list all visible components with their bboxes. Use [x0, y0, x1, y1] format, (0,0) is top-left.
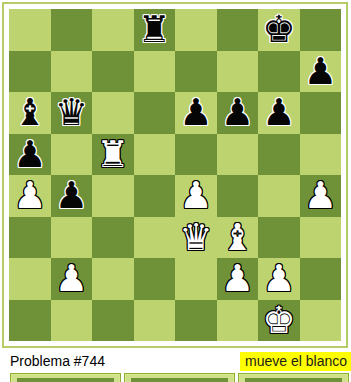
square-a6[interactable]: ♝	[9, 92, 51, 134]
square-b7[interactable]	[51, 51, 93, 93]
square-e2[interactable]	[175, 258, 217, 300]
footer-button-1[interactable]	[10, 373, 121, 382]
square-b6[interactable]: ♛	[51, 92, 93, 134]
white-queen-e3[interactable]: ♛	[179, 217, 212, 258]
square-g6[interactable]: ♟	[258, 92, 300, 134]
white-pawn-a4[interactable]: ♟	[13, 175, 46, 216]
square-b3[interactable]	[51, 217, 93, 259]
square-g7[interactable]	[258, 51, 300, 93]
square-g3[interactable]	[258, 217, 300, 259]
square-c5[interactable]: ♜	[92, 134, 134, 176]
square-b2[interactable]: ♟	[51, 258, 93, 300]
square-c1[interactable]	[92, 300, 134, 342]
square-d5[interactable]	[134, 134, 176, 176]
white-rook-c5[interactable]: ♜	[96, 134, 129, 175]
problem-number-label: Problema #744	[10, 353, 105, 369]
square-h5[interactable]	[300, 134, 342, 176]
square-c6[interactable]	[92, 92, 134, 134]
square-a8[interactable]	[9, 9, 51, 51]
black-pawn-e6[interactable]: ♟	[179, 92, 212, 133]
black-queen-b6[interactable]: ♛	[55, 92, 88, 133]
white-pawn-f2[interactable]: ♟	[221, 258, 254, 299]
footer-button-3-face	[245, 378, 342, 382]
square-d3[interactable]	[134, 217, 176, 259]
square-d2[interactable]	[134, 258, 176, 300]
square-h8[interactable]	[300, 9, 342, 51]
square-a2[interactable]	[9, 258, 51, 300]
square-a1[interactable]	[9, 300, 51, 342]
square-f3[interactable]: ♝	[217, 217, 259, 259]
black-king-g8[interactable]: ♚	[262, 9, 295, 50]
black-pawn-f6[interactable]: ♟	[221, 92, 254, 133]
square-e6[interactable]: ♟	[175, 92, 217, 134]
square-c8[interactable]	[92, 9, 134, 51]
square-f2[interactable]: ♟	[217, 258, 259, 300]
square-h7[interactable]: ♟	[300, 51, 342, 93]
square-e4[interactable]: ♟	[175, 175, 217, 217]
footer-button-1-face	[17, 378, 114, 382]
square-g8[interactable]: ♚	[258, 9, 300, 51]
square-d6[interactable]	[134, 92, 176, 134]
square-c7[interactable]	[92, 51, 134, 93]
square-e8[interactable]	[175, 9, 217, 51]
square-e7[interactable]	[175, 51, 217, 93]
white-pawn-h4[interactable]: ♟	[304, 175, 337, 216]
black-pawn-g6[interactable]: ♟	[262, 92, 295, 133]
white-pawn-g2[interactable]: ♟	[262, 258, 295, 299]
black-pawn-h7[interactable]: ♟	[304, 51, 337, 92]
square-d1[interactable]	[134, 300, 176, 342]
square-h1[interactable]	[300, 300, 342, 342]
square-h4[interactable]: ♟	[300, 175, 342, 217]
black-bishop-a6[interactable]: ♝	[13, 92, 46, 133]
black-rook-d8[interactable]: ♜	[138, 9, 171, 50]
square-c3[interactable]	[92, 217, 134, 259]
board-frame: ♜♚♟♝♛♟♟♟♟♜♟♟♟♟♛♝♟♟♟♚	[2, 2, 348, 348]
square-f6[interactable]: ♟	[217, 92, 259, 134]
square-f5[interactable]	[217, 134, 259, 176]
white-pawn-b2[interactable]: ♟	[55, 258, 88, 299]
square-d4[interactable]	[134, 175, 176, 217]
square-a3[interactable]	[9, 217, 51, 259]
square-g2[interactable]: ♟	[258, 258, 300, 300]
square-a5[interactable]: ♟	[9, 134, 51, 176]
square-c2[interactable]	[92, 258, 134, 300]
square-g5[interactable]	[258, 134, 300, 176]
square-d8[interactable]: ♜	[134, 9, 176, 51]
white-pawn-e4[interactable]: ♟	[179, 175, 212, 216]
square-e5[interactable]	[175, 134, 217, 176]
black-pawn-a5[interactable]: ♟	[13, 134, 46, 175]
footer-button-row	[0, 373, 351, 382]
square-h6[interactable]	[300, 92, 342, 134]
square-c4[interactable]	[92, 175, 134, 217]
white-king-g1[interactable]: ♚	[262, 300, 295, 341]
square-d7[interactable]	[134, 51, 176, 93]
square-a4[interactable]: ♟	[9, 175, 51, 217]
caption-row: Problema #744 mueve el blanco	[0, 351, 351, 371]
square-h2[interactable]	[300, 258, 342, 300]
footer-button-2[interactable]	[124, 373, 235, 382]
square-g4[interactable]	[258, 175, 300, 217]
square-f4[interactable]	[217, 175, 259, 217]
square-f1[interactable]	[217, 300, 259, 342]
side-to-move-badge: mueve el blanco	[240, 352, 351, 371]
square-g1[interactable]: ♚	[258, 300, 300, 342]
square-f7[interactable]	[217, 51, 259, 93]
square-b4[interactable]: ♟	[51, 175, 93, 217]
square-e3[interactable]: ♛	[175, 217, 217, 259]
square-b1[interactable]	[51, 300, 93, 342]
square-f8[interactable]	[217, 9, 259, 51]
square-a7[interactable]	[9, 51, 51, 93]
chess-board: ♜♚♟♝♛♟♟♟♟♜♟♟♟♟♛♝♟♟♟♚	[9, 9, 341, 341]
footer-button-2-face	[131, 378, 228, 382]
footer-button-3[interactable]	[238, 373, 349, 382]
square-e1[interactable]	[175, 300, 217, 342]
square-b8[interactable]	[51, 9, 93, 51]
white-bishop-f3[interactable]: ♝	[221, 217, 254, 258]
square-h3[interactable]	[300, 217, 342, 259]
square-b5[interactable]	[51, 134, 93, 176]
black-pawn-b4[interactable]: ♟	[55, 175, 88, 216]
